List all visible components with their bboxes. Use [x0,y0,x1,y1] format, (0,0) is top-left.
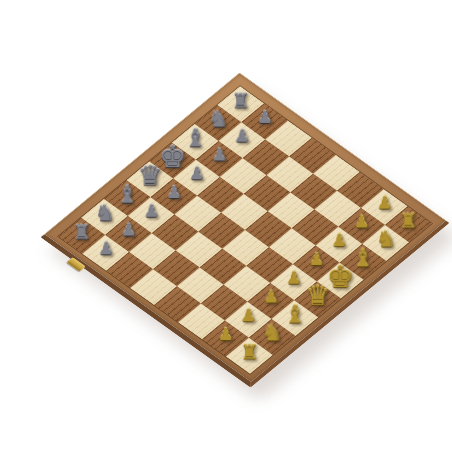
chess-board: ♜♟♟♜♞♟♟♞♝♟♟♝♚♟♟♚♛♟♟♛♝♟♟♝♞♟♟♞♜♟♟♜ [40,72,450,388]
board-squares: ♜♟♟♜♞♟♟♞♝♟♟♝♚♟♟♚♛♟♟♛♝♟♟♝♞♟♟♞♜♟♟♜ [58,86,431,373]
piece-gold-rook[interactable]: ♜ [233,335,266,368]
photo-stage: ♜♟♟♜♞♟♟♞♝♟♟♝♚♟♟♚♛♟♟♛♝♟♟♝♞♟♟♞♜♟♟♜ [0,0,452,452]
